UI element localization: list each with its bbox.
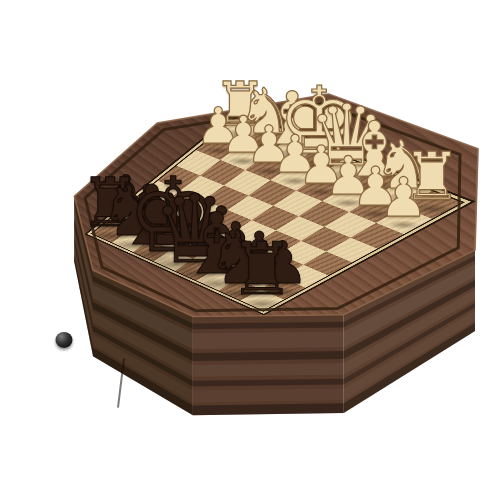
piece-wP-a2[interactable]: ♟ [379, 170, 428, 224]
chess-set-photo: ♜♞♟♝♟♚♟♛♟♝♟♞♟♜♟♟♟♟♜♟♞♟♝♟♚♟♛♟♝♟♞♜ [0, 0, 500, 500]
drawer-knob[interactable] [56, 332, 73, 348]
piece-bR-a8[interactable]: ♜ [230, 233, 295, 305]
